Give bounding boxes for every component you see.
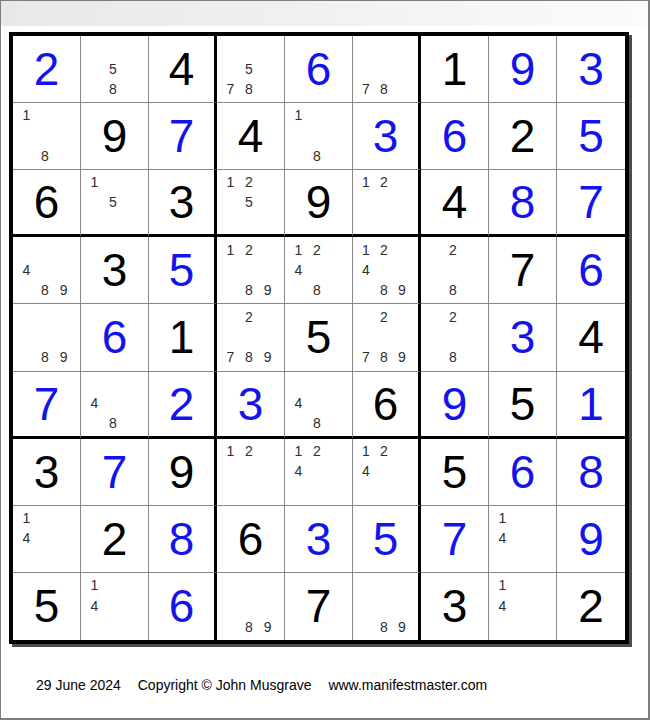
candidate-digit xyxy=(425,260,444,280)
candidate-digit xyxy=(258,192,277,212)
candidate-digit xyxy=(54,146,73,166)
candidate-digit: 5 xyxy=(104,192,123,212)
candidate-digit: 1 xyxy=(85,575,104,596)
candidate-digit xyxy=(258,596,277,617)
cell-r8c3[interactable]: 8 xyxy=(149,506,217,573)
candidate-digit xyxy=(240,575,259,596)
candidate-digit: 5 xyxy=(240,58,259,78)
candidate-digit xyxy=(512,508,531,528)
given-digit: 9 xyxy=(169,449,195,495)
candidate-digit xyxy=(104,575,123,596)
candidate-digit xyxy=(326,461,345,481)
given-digit: 5 xyxy=(306,314,332,360)
candidate-digit xyxy=(493,549,512,569)
given-digit: 4 xyxy=(578,314,604,360)
candidate-grid: 124 xyxy=(357,441,411,502)
given-digit: 9 xyxy=(306,179,332,225)
candidate-digit xyxy=(104,616,123,637)
cell-r1c5[interactable]: 6 xyxy=(285,36,353,103)
candidate-digit: 1 xyxy=(17,508,36,528)
candidate-digit xyxy=(375,461,393,481)
cell-r3c3[interactable]: 3 xyxy=(149,170,217,237)
candidate-grid: 48 xyxy=(85,374,141,433)
candidate-digit xyxy=(375,481,393,501)
cell-r4c6[interactable]: 12489 xyxy=(353,237,421,304)
candidate-digit xyxy=(357,596,375,617)
candidate-digit xyxy=(258,58,277,78)
cell-r5c2[interactable]: 6 xyxy=(81,304,149,371)
candidate-digit xyxy=(425,280,444,300)
cell-r7c8[interactable]: 6 xyxy=(489,439,557,506)
candidate-grid: 12489 xyxy=(357,239,411,300)
cell-r8c4[interactable]: 6 xyxy=(217,506,285,573)
candidate-digit xyxy=(530,575,549,596)
cell-r7c7[interactable]: 5 xyxy=(421,439,489,506)
candidate-digit xyxy=(393,58,411,78)
candidate-digit: 7 xyxy=(357,347,375,367)
given-digit: 4 xyxy=(442,179,468,225)
candidate-digit xyxy=(393,239,411,259)
solved-digit: 7 xyxy=(442,516,468,562)
cell-r3c5[interactable]: 9 xyxy=(285,170,353,237)
candidate-digit xyxy=(122,616,141,637)
cell-r1c2[interactable]: 58 xyxy=(81,36,149,103)
candidate-digit xyxy=(326,239,345,259)
candidate-digit xyxy=(357,58,375,78)
cell-r9c9[interactable]: 2 xyxy=(557,573,625,640)
candidate-grid: 48 xyxy=(289,374,345,433)
candidate-digit xyxy=(85,79,104,99)
candidate-digit xyxy=(221,461,240,481)
cell-r4c4[interactable]: 1289 xyxy=(217,237,285,304)
cell-r9c8[interactable]: 14 xyxy=(489,573,557,640)
candidate-grid: 12 xyxy=(221,441,277,502)
given-digit: 3 xyxy=(102,247,128,293)
cell-r2c2[interactable]: 9 xyxy=(81,103,149,170)
candidate-digit xyxy=(17,125,36,145)
candidate-digit xyxy=(357,280,375,300)
candidate-digit xyxy=(258,212,277,232)
solved-digit: 3 xyxy=(306,516,332,562)
given-digit: 7 xyxy=(306,583,332,629)
candidate-digit xyxy=(357,481,375,501)
candidate-digit: 4 xyxy=(85,393,104,413)
solved-digit: 6 xyxy=(102,314,128,360)
candidate-digit xyxy=(221,575,240,596)
candidate-digit xyxy=(54,508,73,528)
cell-r4c8[interactable]: 7 xyxy=(489,237,557,304)
candidate-digit: 2 xyxy=(375,441,393,461)
cell-r6c9[interactable]: 1 xyxy=(557,372,625,439)
cell-r2c3[interactable]: 7 xyxy=(149,103,217,170)
candidate-grid: 14 xyxy=(85,575,141,637)
cell-r8c7[interactable]: 7 xyxy=(421,506,489,573)
cell-r8c1[interactable]: 14 xyxy=(13,506,81,573)
candidate-digit xyxy=(375,596,393,617)
candidate-digit xyxy=(393,441,411,461)
candidate-digit xyxy=(308,260,327,280)
candidate-digit: 4 xyxy=(289,461,308,481)
solved-digit: 3 xyxy=(510,314,536,360)
candidate-grid: 578 xyxy=(221,38,277,99)
cell-r1c7[interactable]: 1 xyxy=(421,36,489,103)
cell-r2c1[interactable]: 18 xyxy=(13,103,81,170)
given-digit: 5 xyxy=(442,449,468,495)
candidate-digit xyxy=(462,280,481,300)
cell-r6c5[interactable]: 48 xyxy=(285,372,353,439)
given-digit: 1 xyxy=(442,46,468,92)
candidate-digit xyxy=(258,260,277,280)
candidate-digit xyxy=(258,441,277,461)
candidate-digit xyxy=(393,192,411,212)
cell-r5c1[interactable]: 89 xyxy=(13,304,81,371)
candidate-digit: 4 xyxy=(17,528,36,548)
cell-r5c3[interactable]: 1 xyxy=(149,304,217,371)
candidate-digit: 8 xyxy=(375,347,393,367)
solved-digit: 1 xyxy=(578,381,604,427)
cell-r6c1[interactable]: 7 xyxy=(13,372,81,439)
solved-digit: 8 xyxy=(510,179,536,225)
candidate-digit: 8 xyxy=(375,616,393,637)
cell-r5c4[interactable]: 2789 xyxy=(217,304,285,371)
candidate-digit: 2 xyxy=(375,172,393,192)
cell-r2c4[interactable]: 4 xyxy=(217,103,285,170)
candidate-digit xyxy=(36,549,55,569)
cell-r1c1[interactable]: 2 xyxy=(13,36,81,103)
candidate-digit xyxy=(393,461,411,481)
candidate-digit xyxy=(462,327,481,347)
cell-r8c6[interactable]: 5 xyxy=(353,506,421,573)
cell-r8c8[interactable]: 14 xyxy=(489,506,557,573)
candidate-digit xyxy=(425,327,444,347)
candidate-digit: 9 xyxy=(393,616,411,637)
candidate-digit xyxy=(308,374,327,394)
cell-r9c2[interactable]: 14 xyxy=(81,573,149,640)
candidate-digit xyxy=(258,239,277,259)
candidate-digit xyxy=(326,105,345,125)
cell-r2c8[interactable]: 2 xyxy=(489,103,557,170)
cell-r9c5[interactable]: 7 xyxy=(285,573,353,640)
candidate-digit: 2 xyxy=(240,172,259,192)
candidate-grid: 18 xyxy=(17,105,73,166)
candidate-grid: 1248 xyxy=(289,239,345,300)
candidate-digit xyxy=(54,549,73,569)
cell-r8c2[interactable]: 2 xyxy=(81,506,149,573)
solved-digit: 9 xyxy=(510,46,536,92)
cell-r5c5[interactable]: 5 xyxy=(285,304,353,371)
given-digit: 2 xyxy=(102,516,128,562)
candidate-digit xyxy=(221,260,240,280)
candidate-digit xyxy=(444,327,463,347)
cell-r3c6[interactable]: 12 xyxy=(353,170,421,237)
candidate-digit xyxy=(393,327,411,347)
cell-r6c2[interactable]: 48 xyxy=(81,372,149,439)
candidate-digit: 4 xyxy=(85,596,104,617)
candidate-digit: 8 xyxy=(240,280,259,300)
candidate-digit: 8 xyxy=(240,347,259,367)
candidate-digit xyxy=(240,260,259,280)
cell-r7c3[interactable]: 9 xyxy=(149,439,217,506)
candidate-digit xyxy=(122,374,141,394)
cell-r2c7[interactable]: 6 xyxy=(421,103,489,170)
candidate-digit xyxy=(375,212,393,232)
candidate-digit xyxy=(36,105,55,125)
candidate-digit xyxy=(54,239,73,259)
cell-r3c2[interactable]: 15 xyxy=(81,170,149,237)
candidate-digit: 9 xyxy=(393,347,411,367)
candidate-digit: 2 xyxy=(308,239,327,259)
candidate-digit xyxy=(393,79,411,99)
candidate-digit xyxy=(122,413,141,433)
candidate-digit xyxy=(289,413,308,433)
cell-r9c6[interactable]: 89 xyxy=(353,573,421,640)
solved-digit: 2 xyxy=(169,381,195,427)
candidate-digit: 8 xyxy=(240,616,259,637)
candidate-digit xyxy=(122,596,141,617)
candidate-digit xyxy=(393,172,411,192)
candidate-digit xyxy=(240,596,259,617)
candidate-digit xyxy=(17,306,36,326)
candidate-digit xyxy=(357,616,375,637)
cell-r4c2[interactable]: 3 xyxy=(81,237,149,304)
candidate-digit xyxy=(122,38,141,58)
solved-digit: 5 xyxy=(169,247,195,293)
caption-bar: 29 June 2024 Copyright © John Musgrave w… xyxy=(36,677,648,693)
candidate-digit: 9 xyxy=(258,616,277,637)
given-digit: 3 xyxy=(442,583,468,629)
candidate-digit: 4 xyxy=(17,260,36,280)
candidate-digit: 2 xyxy=(308,441,327,461)
candidate-digit: 1 xyxy=(357,239,375,259)
candidate-digit: 1 xyxy=(289,105,308,125)
candidate-digit xyxy=(258,306,277,326)
candidate-digit xyxy=(425,347,444,367)
candidate-digit: 8 xyxy=(444,280,463,300)
cell-r4c1[interactable]: 489 xyxy=(13,237,81,304)
candidate-digit: 1 xyxy=(493,508,512,528)
solved-digit: 8 xyxy=(169,516,195,562)
candidate-digit xyxy=(289,280,308,300)
cell-r6c8[interactable]: 5 xyxy=(489,372,557,439)
cell-r7c4[interactable]: 12 xyxy=(217,439,285,506)
solved-digit: 3 xyxy=(238,381,264,427)
candidate-digit: 9 xyxy=(393,280,411,300)
candidate-digit: 7 xyxy=(221,79,240,99)
candidate-digit xyxy=(104,38,123,58)
solved-digit: 6 xyxy=(169,583,195,629)
cell-r6c7[interactable]: 9 xyxy=(421,372,489,439)
cell-r9c4[interactable]: 89 xyxy=(217,573,285,640)
candidate-digit xyxy=(36,239,55,259)
candidate-digit: 1 xyxy=(221,239,240,259)
solved-digit: 5 xyxy=(578,113,604,159)
cell-r4c7[interactable]: 28 xyxy=(421,237,489,304)
candidate-digit xyxy=(258,461,277,481)
candidate-digit: 8 xyxy=(36,146,55,166)
candidate-digit: 8 xyxy=(104,413,123,433)
candidate-digit: 5 xyxy=(240,192,259,212)
cell-r6c3[interactable]: 2 xyxy=(149,372,217,439)
candidate-digit: 4 xyxy=(357,260,375,280)
candidate-digit xyxy=(258,327,277,347)
candidate-digit xyxy=(85,413,104,433)
candidate-digit xyxy=(530,528,549,548)
cell-r9c1[interactable]: 5 xyxy=(13,573,81,640)
cell-r4c5[interactable]: 1248 xyxy=(285,237,353,304)
candidate-digit: 1 xyxy=(85,172,104,192)
candidate-digit xyxy=(357,38,375,58)
candidate-digit xyxy=(375,575,393,596)
candidate-digit: 4 xyxy=(289,393,308,413)
candidate-grid: 15 xyxy=(85,172,141,231)
candidate-digit xyxy=(393,260,411,280)
candidate-digit xyxy=(375,192,393,212)
cell-r8c9[interactable]: 9 xyxy=(557,506,625,573)
candidate-digit xyxy=(17,239,36,259)
cell-r7c5[interactable]: 124 xyxy=(285,439,353,506)
candidate-digit xyxy=(36,528,55,548)
candidate-digit: 8 xyxy=(308,146,327,166)
given-digit: 3 xyxy=(34,449,60,495)
candidate-digit xyxy=(240,481,259,501)
copyright-text: Copyright © John Musgrave xyxy=(138,677,312,693)
candidate-digit: 1 xyxy=(493,575,512,596)
candidate-digit xyxy=(17,146,36,166)
given-digit: 4 xyxy=(238,113,264,159)
cell-r5c6[interactable]: 2789 xyxy=(353,304,421,371)
given-digit: 3 xyxy=(169,179,195,225)
cell-r3c7[interactable]: 4 xyxy=(421,170,489,237)
candidate-digit xyxy=(512,549,531,569)
candidate-digit xyxy=(17,347,36,367)
app-window: 2584578678193189741836256153125912487489… xyxy=(0,0,650,720)
candidate-digit: 8 xyxy=(308,280,327,300)
candidate-digit: 8 xyxy=(36,280,55,300)
solved-digit: 3 xyxy=(578,46,604,92)
cell-r2c6[interactable]: 3 xyxy=(353,103,421,170)
candidate-digit xyxy=(462,260,481,280)
candidate-digit xyxy=(221,280,240,300)
candidate-digit xyxy=(326,481,345,501)
cell-r5c7[interactable]: 28 xyxy=(421,304,489,371)
cell-r1c9[interactable]: 3 xyxy=(557,36,625,103)
candidate-digit: 1 xyxy=(289,441,308,461)
candidate-digit xyxy=(375,260,393,280)
cell-r7c2[interactable]: 7 xyxy=(81,439,149,506)
candidate-digit: 2 xyxy=(444,306,463,326)
cell-r1c4[interactable]: 578 xyxy=(217,36,285,103)
candidate-digit: 9 xyxy=(54,280,73,300)
candidate-digit xyxy=(221,596,240,617)
cell-r7c9[interactable]: 8 xyxy=(557,439,625,506)
candidate-digit xyxy=(393,38,411,58)
cell-r6c4[interactable]: 3 xyxy=(217,372,285,439)
candidate-digit xyxy=(85,374,104,394)
candidate-digit xyxy=(258,38,277,58)
candidate-digit: 8 xyxy=(104,79,123,99)
cell-r5c8[interactable]: 3 xyxy=(489,304,557,371)
candidate-digit xyxy=(122,212,141,232)
candidate-digit xyxy=(357,327,375,347)
cell-r5c9[interactable]: 4 xyxy=(557,304,625,371)
candidate-digit xyxy=(393,575,411,596)
cell-r7c6[interactable]: 124 xyxy=(353,439,421,506)
cell-r3c1[interactable]: 6 xyxy=(13,170,81,237)
candidate-digit xyxy=(393,596,411,617)
cell-r1c8[interactable]: 9 xyxy=(489,36,557,103)
solved-digit: 7 xyxy=(34,381,60,427)
candidate-grid: 28 xyxy=(425,239,481,300)
candidate-digit xyxy=(375,38,393,58)
candidate-digit xyxy=(393,212,411,232)
candidate-digit xyxy=(221,481,240,501)
cell-r8c5[interactable]: 3 xyxy=(285,506,353,573)
candidate-digit xyxy=(85,616,104,637)
cell-r3c8[interactable]: 8 xyxy=(489,170,557,237)
solved-digit: 3 xyxy=(373,113,399,159)
candidate-digit xyxy=(36,508,55,528)
candidate-digit: 8 xyxy=(375,280,393,300)
candidate-digit xyxy=(425,306,444,326)
cell-r2c9[interactable]: 5 xyxy=(557,103,625,170)
candidate-digit xyxy=(326,125,345,145)
given-digit: 2 xyxy=(578,583,604,629)
cell-r1c3[interactable]: 4 xyxy=(149,36,217,103)
candidate-digit xyxy=(375,327,393,347)
cell-r9c3[interactable]: 6 xyxy=(149,573,217,640)
website-link[interactable]: www.manifestmaster.com xyxy=(328,677,487,693)
candidate-digit xyxy=(17,549,36,569)
candidate-digit: 8 xyxy=(240,79,259,99)
cell-r3c4[interactable]: 125 xyxy=(217,170,285,237)
candidate-digit xyxy=(462,347,481,367)
candidate-digit xyxy=(104,374,123,394)
candidate-digit xyxy=(221,616,240,637)
candidate-digit xyxy=(240,212,259,232)
cell-r1c6[interactable]: 78 xyxy=(353,36,421,103)
candidate-digit xyxy=(308,393,327,413)
candidate-grid: 78 xyxy=(357,38,411,99)
candidate-grid: 12 xyxy=(357,172,411,231)
solved-digit: 6 xyxy=(306,46,332,92)
cell-r4c3[interactable]: 5 xyxy=(149,237,217,304)
candidate-digit xyxy=(104,212,123,232)
solved-digit: 6 xyxy=(578,247,604,293)
candidate-grid: 125 xyxy=(221,172,277,231)
given-digit: 1 xyxy=(169,314,195,360)
candidate-digit: 1 xyxy=(357,172,375,192)
candidate-digit: 8 xyxy=(444,347,463,367)
candidate-digit xyxy=(289,481,308,501)
candidate-digit xyxy=(512,596,531,617)
cell-r6c6[interactable]: 6 xyxy=(353,372,421,439)
candidate-digit: 4 xyxy=(289,260,308,280)
cell-r3c9[interactable]: 7 xyxy=(557,170,625,237)
candidate-digit xyxy=(122,172,141,192)
candidate-digit xyxy=(357,192,375,212)
candidate-digit: 7 xyxy=(221,347,240,367)
candidate-digit xyxy=(122,192,141,212)
cell-r4c9[interactable]: 6 xyxy=(557,237,625,304)
candidate-digit xyxy=(326,413,345,433)
cell-r2c5[interactable]: 18 xyxy=(285,103,353,170)
candidate-digit xyxy=(289,374,308,394)
cell-r7c1[interactable]: 3 xyxy=(13,439,81,506)
candidate-digit xyxy=(122,575,141,596)
title-bar[interactable] xyxy=(1,1,648,26)
cell-r9c7[interactable]: 3 xyxy=(421,573,489,640)
candidate-digit xyxy=(54,260,73,280)
